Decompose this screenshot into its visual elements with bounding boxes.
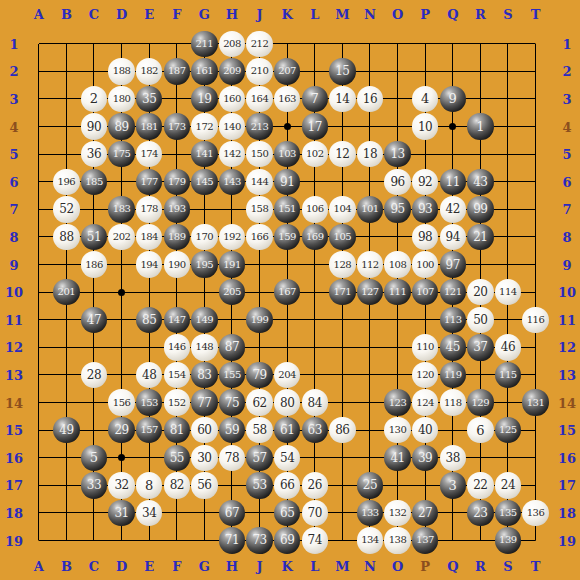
point-E8[interactable]: 184 (135, 223, 163, 251)
point-E6[interactable]: 177 (135, 168, 163, 196)
stone-black-205-H10[interactable]: 205 (219, 279, 245, 305)
point-N12[interactable] (356, 334, 384, 362)
point-S10[interactable]: 114 (494, 278, 522, 306)
point-O13[interactable] (384, 361, 412, 389)
stone-black-211-G1[interactable]: 211 (191, 31, 217, 57)
stone-white-184-E8[interactable]: 184 (136, 224, 162, 250)
point-G8[interactable]: 170 (191, 223, 219, 251)
stone-black-177-E6[interactable]: 177 (136, 169, 162, 195)
point-N9[interactable]: 112 (356, 251, 384, 279)
stone-black-85-E11[interactable]: 85 (136, 307, 162, 333)
stone-white-180-D3[interactable]: 180 (108, 86, 134, 112)
stone-black-35-E3[interactable]: 35 (136, 86, 162, 112)
stone-black-157-E15[interactable]: 157 (136, 417, 162, 443)
point-S3[interactable] (494, 85, 522, 113)
point-H13[interactable]: 155 (218, 361, 246, 389)
stone-white-32-D17[interactable]: 32 (108, 472, 134, 498)
point-O4[interactable] (384, 113, 412, 141)
stone-black-167-K10[interactable]: 167 (274, 279, 300, 305)
stone-white-84-L14[interactable]: 84 (302, 389, 328, 415)
point-P13[interactable]: 120 (411, 361, 439, 389)
point-O12[interactable] (384, 334, 412, 362)
stone-white-102-L5[interactable]: 102 (302, 141, 328, 167)
point-A4[interactable] (25, 113, 53, 141)
point-S4[interactable] (494, 113, 522, 141)
point-J5[interactable]: 150 (246, 140, 274, 168)
point-B12[interactable] (53, 334, 81, 362)
point-K15[interactable]: 61 (273, 416, 301, 444)
point-G5[interactable]: 141 (191, 140, 219, 168)
stone-white-94-Q8[interactable]: 94 (440, 224, 466, 250)
point-F6[interactable]: 179 (163, 168, 191, 196)
stone-white-146-F12[interactable]: 146 (164, 334, 190, 360)
stone-black-37-R12[interactable]: 37 (467, 334, 493, 360)
point-J13[interactable]: 79 (246, 361, 274, 389)
point-G3[interactable]: 19 (191, 85, 219, 113)
stone-white-34-E18[interactable]: 34 (136, 500, 162, 526)
stone-black-61-K15[interactable]: 61 (274, 417, 300, 443)
point-P12[interactable]: 110 (411, 334, 439, 362)
point-P3[interactable]: 4 (411, 85, 439, 113)
point-G19[interactable] (191, 527, 219, 555)
point-N8[interactable] (356, 223, 384, 251)
point-Q19[interactable] (439, 527, 467, 555)
stone-white-208-H1[interactable]: 208 (219, 31, 245, 57)
point-S15[interactable]: 125 (494, 416, 522, 444)
point-M4[interactable] (329, 113, 357, 141)
stone-black-89-D4[interactable]: 89 (108, 113, 134, 139)
point-E9[interactable]: 194 (135, 251, 163, 279)
point-A10[interactable] (25, 278, 53, 306)
stone-black-17-L4[interactable]: 17 (302, 113, 328, 139)
stone-white-154-F13[interactable]: 154 (164, 362, 190, 388)
point-O17[interactable] (384, 472, 412, 500)
point-G13[interactable]: 83 (191, 361, 219, 389)
point-K10[interactable]: 167 (273, 278, 301, 306)
stone-black-83-G13[interactable]: 83 (191, 362, 217, 388)
stone-white-70-L18[interactable]: 70 (302, 500, 328, 526)
point-S17[interactable]: 24 (494, 472, 522, 500)
point-E7[interactable]: 178 (135, 196, 163, 224)
point-G10[interactable] (191, 278, 219, 306)
point-E15[interactable]: 157 (135, 416, 163, 444)
stone-white-186-C9[interactable]: 186 (81, 251, 107, 277)
point-H12[interactable]: 87 (218, 334, 246, 362)
point-Q7[interactable]: 42 (439, 196, 467, 224)
point-D9[interactable] (108, 251, 136, 279)
point-J14[interactable]: 62 (246, 389, 274, 417)
stone-black-125-S15[interactable]: 125 (495, 417, 521, 443)
point-T7[interactable] (522, 196, 550, 224)
stone-white-138-O19[interactable]: 138 (384, 527, 410, 553)
stone-white-136-T18[interactable]: 136 (522, 500, 548, 526)
point-S9[interactable] (494, 251, 522, 279)
stone-white-128-M9[interactable]: 128 (329, 251, 355, 277)
point-G6[interactable]: 145 (191, 168, 219, 196)
point-J8[interactable]: 166 (246, 223, 274, 251)
stone-white-104-M7[interactable]: 104 (329, 196, 355, 222)
point-B7[interactable]: 52 (53, 196, 81, 224)
point-T11[interactable]: 116 (522, 306, 550, 334)
point-D4[interactable]: 89 (108, 113, 136, 141)
point-S5[interactable] (494, 140, 522, 168)
point-H16[interactable]: 78 (218, 444, 246, 472)
point-G1[interactable]: 211 (191, 30, 219, 58)
point-F19[interactable] (163, 527, 191, 555)
point-M5[interactable]: 12 (329, 140, 357, 168)
point-E18[interactable]: 34 (135, 499, 163, 527)
point-A12[interactable] (25, 334, 53, 362)
point-T9[interactable] (522, 251, 550, 279)
stone-white-50-R11[interactable]: 50 (467, 307, 493, 333)
stone-black-27-P18[interactable]: 27 (412, 500, 438, 526)
point-D7[interactable]: 183 (108, 196, 136, 224)
point-K12[interactable] (273, 334, 301, 362)
point-K8[interactable]: 159 (273, 223, 301, 251)
point-O8[interactable] (384, 223, 412, 251)
stone-black-131-T14[interactable]: 131 (522, 389, 548, 415)
stone-white-40-P15[interactable]: 40 (412, 417, 438, 443)
stone-black-185-C6[interactable]: 185 (81, 169, 107, 195)
stone-black-45-Q12[interactable]: 45 (440, 334, 466, 360)
stone-black-209-H2[interactable]: 209 (219, 58, 245, 84)
point-T13[interactable] (522, 361, 550, 389)
stone-black-119-Q13[interactable]: 119 (440, 362, 466, 388)
stone-black-201-B10[interactable]: 201 (53, 279, 79, 305)
point-A8[interactable] (25, 223, 53, 251)
stone-white-88-B8[interactable]: 88 (53, 224, 79, 250)
stone-black-171-M10[interactable]: 171 (329, 279, 355, 305)
stone-black-191-H9[interactable]: 191 (219, 251, 245, 277)
point-M12[interactable] (329, 334, 357, 362)
point-K6[interactable]: 91 (273, 168, 301, 196)
stone-white-202-D8[interactable]: 202 (108, 224, 134, 250)
point-J15[interactable]: 58 (246, 416, 274, 444)
point-L5[interactable]: 102 (301, 140, 329, 168)
stone-white-150-J5[interactable]: 150 (246, 141, 272, 167)
point-B6[interactable]: 196 (53, 168, 81, 196)
point-J2[interactable]: 210 (246, 58, 274, 86)
point-A6[interactable] (25, 168, 53, 196)
stone-black-99-R7[interactable]: 99 (467, 196, 493, 222)
stone-black-9-Q3[interactable]: 9 (440, 86, 466, 112)
point-L6[interactable] (301, 168, 329, 196)
point-J12[interactable] (246, 334, 274, 362)
stone-black-41-O16[interactable]: 41 (384, 445, 410, 471)
stone-white-8-E17[interactable]: 8 (136, 472, 162, 498)
point-S2[interactable] (494, 58, 522, 86)
point-B1[interactable] (53, 30, 81, 58)
point-L3[interactable]: 7 (301, 85, 329, 113)
point-T4[interactable] (522, 113, 550, 141)
stone-white-110-P12[interactable]: 110 (412, 334, 438, 360)
point-O19[interactable]: 138 (384, 527, 412, 555)
point-B14[interactable] (53, 389, 81, 417)
point-D1[interactable] (108, 30, 136, 58)
stone-white-86-M15[interactable]: 86 (329, 417, 355, 443)
point-L1[interactable] (301, 30, 329, 58)
stone-black-43-R6[interactable]: 43 (467, 169, 493, 195)
stone-white-28-C13[interactable]: 28 (81, 362, 107, 388)
stone-black-31-D18[interactable]: 31 (108, 500, 134, 526)
point-P11[interactable] (411, 306, 439, 334)
point-S18[interactable]: 135 (494, 499, 522, 527)
point-Q9[interactable]: 97 (439, 251, 467, 279)
point-D8[interactable]: 202 (108, 223, 136, 251)
point-A9[interactable] (25, 251, 53, 279)
point-C5[interactable]: 36 (80, 140, 108, 168)
stone-black-1-R4[interactable]: 1 (467, 113, 493, 139)
point-J11[interactable]: 199 (246, 306, 274, 334)
stone-black-65-K18[interactable]: 65 (274, 500, 300, 526)
stone-white-160-H3[interactable]: 160 (219, 86, 245, 112)
point-D13[interactable] (108, 361, 136, 389)
point-J10[interactable] (246, 278, 274, 306)
point-B2[interactable] (53, 58, 81, 86)
point-H6[interactable]: 143 (218, 168, 246, 196)
point-O9[interactable]: 108 (384, 251, 412, 279)
point-R1[interactable] (467, 30, 495, 58)
point-C7[interactable] (80, 196, 108, 224)
point-R14[interactable]: 129 (467, 389, 495, 417)
point-C13[interactable]: 28 (80, 361, 108, 389)
point-F17[interactable]: 82 (163, 472, 191, 500)
point-M7[interactable]: 104 (329, 196, 357, 224)
stone-white-212-J1[interactable]: 212 (246, 31, 272, 57)
stone-white-172-G4[interactable]: 172 (191, 113, 217, 139)
stone-black-139-S19[interactable]: 139 (495, 527, 521, 553)
point-H1[interactable]: 208 (218, 30, 246, 58)
stone-white-188-D2[interactable]: 188 (108, 58, 134, 84)
point-P18[interactable]: 27 (411, 499, 439, 527)
point-L4[interactable]: 17 (301, 113, 329, 141)
point-R10[interactable]: 20 (467, 278, 495, 306)
point-D15[interactable]: 29 (108, 416, 136, 444)
point-F15[interactable]: 81 (163, 416, 191, 444)
stone-white-156-D14[interactable]: 156 (108, 389, 134, 415)
point-L14[interactable]: 84 (301, 389, 329, 417)
stone-white-124-P14[interactable]: 124 (412, 389, 438, 415)
point-R6[interactable]: 43 (467, 168, 495, 196)
point-P5[interactable] (411, 140, 439, 168)
stone-white-24-S17[interactable]: 24 (495, 472, 521, 498)
stone-white-204-K13[interactable]: 204 (274, 362, 300, 388)
point-T18[interactable]: 136 (522, 499, 550, 527)
point-P1[interactable] (411, 30, 439, 58)
stone-black-195-G9[interactable]: 195 (191, 251, 217, 277)
stone-black-87-H12[interactable]: 87 (219, 334, 245, 360)
point-E12[interactable] (135, 334, 163, 362)
stone-white-48-E13[interactable]: 48 (136, 362, 162, 388)
stone-white-120-P13[interactable]: 120 (412, 362, 438, 388)
point-E19[interactable] (135, 527, 163, 555)
stone-white-36-C5[interactable]: 36 (81, 141, 107, 167)
stone-black-39-P16[interactable]: 39 (412, 445, 438, 471)
stone-black-169-L8[interactable]: 169 (302, 224, 328, 250)
stone-black-47-C11[interactable]: 47 (81, 307, 107, 333)
stone-white-100-P9[interactable]: 100 (412, 251, 438, 277)
point-F1[interactable] (163, 30, 191, 58)
stone-white-16-N3[interactable]: 16 (357, 86, 383, 112)
stone-white-80-K14[interactable]: 80 (274, 389, 300, 415)
point-C15[interactable] (80, 416, 108, 444)
point-Q4[interactable] (439, 113, 467, 141)
stone-black-13-O5[interactable]: 13 (384, 141, 410, 167)
stone-black-71-H19[interactable]: 71 (219, 527, 245, 553)
point-M15[interactable]: 86 (329, 416, 357, 444)
point-M10[interactable]: 171 (329, 278, 357, 306)
point-M2[interactable]: 15 (329, 58, 357, 86)
point-K14[interactable]: 80 (273, 389, 301, 417)
point-R15[interactable]: 6 (467, 416, 495, 444)
point-H10[interactable]: 205 (218, 278, 246, 306)
point-E13[interactable]: 48 (135, 361, 163, 389)
point-C9[interactable]: 186 (80, 251, 108, 279)
point-K4[interactable] (273, 113, 301, 141)
point-T8[interactable] (522, 223, 550, 251)
point-Q8[interactable]: 94 (439, 223, 467, 251)
point-L12[interactable] (301, 334, 329, 362)
point-R7[interactable]: 99 (467, 196, 495, 224)
point-F3[interactable] (163, 85, 191, 113)
stone-white-52-B7[interactable]: 52 (53, 196, 79, 222)
point-M11[interactable] (329, 306, 357, 334)
stone-white-82-F17[interactable]: 82 (164, 472, 190, 498)
point-E1[interactable] (135, 30, 163, 58)
point-D18[interactable]: 31 (108, 499, 136, 527)
stone-black-103-K5[interactable]: 103 (274, 141, 300, 167)
point-F12[interactable]: 146 (163, 334, 191, 362)
point-N1[interactable] (356, 30, 384, 58)
point-R19[interactable] (467, 527, 495, 555)
point-T19[interactable] (522, 527, 550, 555)
point-T2[interactable] (522, 58, 550, 86)
point-M1[interactable] (329, 30, 357, 58)
point-G12[interactable]: 148 (191, 334, 219, 362)
point-K11[interactable] (273, 306, 301, 334)
point-A7[interactable] (25, 196, 53, 224)
point-K19[interactable]: 69 (273, 527, 301, 555)
point-N16[interactable] (356, 444, 384, 472)
point-C12[interactable] (80, 334, 108, 362)
stone-black-25-N17[interactable]: 25 (357, 472, 383, 498)
point-R12[interactable]: 37 (467, 334, 495, 362)
stone-white-174-E5[interactable]: 174 (136, 141, 162, 167)
point-S7[interactable] (494, 196, 522, 224)
stone-black-173-F4[interactable]: 173 (164, 113, 190, 139)
stone-black-199-J11[interactable]: 199 (246, 307, 272, 333)
point-A17[interactable] (25, 472, 53, 500)
stone-white-140-H4[interactable]: 140 (219, 113, 245, 139)
stone-black-95-O7[interactable]: 95 (384, 196, 410, 222)
point-B9[interactable] (53, 251, 81, 279)
point-H17[interactable] (218, 472, 246, 500)
point-K2[interactable]: 207 (273, 58, 301, 86)
point-J1[interactable]: 212 (246, 30, 274, 58)
stone-white-116-T11[interactable]: 116 (522, 307, 548, 333)
point-B11[interactable] (53, 306, 81, 334)
stone-black-129-R14[interactable]: 129 (467, 389, 493, 415)
stone-white-142-H5[interactable]: 142 (219, 141, 245, 167)
point-F2[interactable]: 187 (163, 58, 191, 86)
stone-black-3-Q17[interactable]: 3 (440, 472, 466, 498)
point-K1[interactable] (273, 30, 301, 58)
point-F8[interactable]: 189 (163, 223, 191, 251)
stone-black-181-E4[interactable]: 181 (136, 113, 162, 139)
stone-black-91-K6[interactable]: 91 (274, 169, 300, 195)
point-E2[interactable]: 182 (135, 58, 163, 86)
stone-white-6-R15[interactable]: 6 (467, 417, 493, 443)
point-O1[interactable] (384, 30, 412, 58)
point-Q10[interactable]: 121 (439, 278, 467, 306)
stone-white-62-J14[interactable]: 62 (246, 389, 272, 415)
point-A14[interactable] (25, 389, 53, 417)
point-M9[interactable]: 128 (329, 251, 357, 279)
stone-white-2-C3[interactable]: 2 (81, 86, 107, 112)
point-B13[interactable] (53, 361, 81, 389)
stone-black-159-K8[interactable]: 159 (274, 224, 300, 250)
point-M6[interactable] (329, 168, 357, 196)
point-A5[interactable] (25, 140, 53, 168)
stone-black-73-J19[interactable]: 73 (246, 527, 272, 553)
point-C3[interactable]: 2 (80, 85, 108, 113)
stone-white-98-P8[interactable]: 98 (412, 224, 438, 250)
point-G4[interactable]: 172 (191, 113, 219, 141)
point-N11[interactable] (356, 306, 384, 334)
point-A11[interactable] (25, 306, 53, 334)
point-G15[interactable]: 60 (191, 416, 219, 444)
point-R18[interactable]: 23 (467, 499, 495, 527)
stone-black-5-C16[interactable]: 5 (81, 445, 107, 471)
point-B18[interactable] (53, 499, 81, 527)
point-E4[interactable]: 181 (135, 113, 163, 141)
point-J3[interactable]: 164 (246, 85, 274, 113)
stone-black-207-K2[interactable]: 207 (274, 58, 300, 84)
stone-black-183-D7[interactable]: 183 (108, 196, 134, 222)
point-T17[interactable] (522, 472, 550, 500)
stone-black-113-Q11[interactable]: 113 (440, 307, 466, 333)
point-L13[interactable] (301, 361, 329, 389)
point-S8[interactable] (494, 223, 522, 251)
point-H8[interactable]: 192 (218, 223, 246, 251)
stone-white-163-K3[interactable]: 163 (274, 86, 300, 112)
point-M14[interactable] (329, 389, 357, 417)
point-E5[interactable]: 174 (135, 140, 163, 168)
point-P19[interactable]: 137 (411, 527, 439, 555)
stone-white-74-L19[interactable]: 74 (302, 527, 328, 553)
stone-white-26-L17[interactable]: 26 (302, 472, 328, 498)
stone-black-143-H6[interactable]: 143 (219, 169, 245, 195)
point-C1[interactable] (80, 30, 108, 58)
point-P8[interactable]: 98 (411, 223, 439, 251)
point-R9[interactable] (467, 251, 495, 279)
point-E3[interactable]: 35 (135, 85, 163, 113)
point-F13[interactable]: 154 (163, 361, 191, 389)
point-A19[interactable] (25, 527, 53, 555)
point-J9[interactable] (246, 251, 274, 279)
point-R8[interactable]: 21 (467, 223, 495, 251)
point-K17[interactable]: 66 (273, 472, 301, 500)
point-B3[interactable] (53, 85, 81, 113)
point-G2[interactable]: 161 (191, 58, 219, 86)
stone-black-23-R18[interactable]: 23 (467, 500, 493, 526)
point-C10[interactable] (80, 278, 108, 306)
point-A3[interactable] (25, 85, 53, 113)
point-G7[interactable] (191, 196, 219, 224)
point-S6[interactable] (494, 168, 522, 196)
stone-black-155-H13[interactable]: 155 (219, 362, 245, 388)
point-H9[interactable]: 191 (218, 251, 246, 279)
